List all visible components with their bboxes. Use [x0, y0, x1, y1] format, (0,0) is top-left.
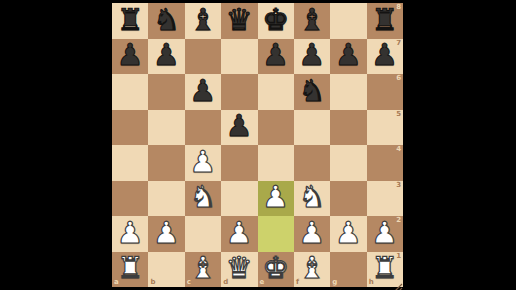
square-g1[interactable]: g	[330, 252, 366, 288]
piece-black-pawn[interactable]: ♟	[262, 40, 289, 70]
piece-black-pawn[interactable]: ♟	[226, 111, 253, 141]
square-h7[interactable]: ♟7	[367, 39, 403, 75]
piece-black-knight[interactable]: ♞	[153, 5, 180, 35]
square-b5[interactable]	[148, 110, 184, 146]
square-g6[interactable]	[330, 74, 366, 110]
square-e4[interactable]	[258, 145, 294, 181]
piece-white-pawn[interactable]: ♟	[153, 218, 180, 248]
square-e3[interactable]: ♟	[258, 181, 294, 217]
square-e6[interactable]	[258, 74, 294, 110]
square-f2[interactable]: ♟	[294, 216, 330, 252]
piece-white-bishop[interactable]: ♝	[189, 253, 216, 283]
square-b6[interactable]	[148, 74, 184, 110]
piece-white-pawn[interactable]: ♟	[371, 218, 398, 248]
square-e2[interactable]	[258, 216, 294, 252]
square-h5[interactable]: 5	[367, 110, 403, 146]
square-c7[interactable]	[185, 39, 221, 75]
square-d8[interactable]: ♛	[221, 3, 257, 39]
square-b3[interactable]	[148, 181, 184, 217]
piece-white-pawn[interactable]: ♟	[226, 218, 253, 248]
square-a2[interactable]: ♟	[112, 216, 148, 252]
rank-label-6: 6	[396, 75, 401, 82]
square-d7[interactable]	[221, 39, 257, 75]
rank-label-4: 4	[396, 146, 401, 153]
piece-white-king[interactable]: ♚	[262, 253, 289, 283]
square-h2[interactable]: ♟2	[367, 216, 403, 252]
piece-black-knight[interactable]: ♞	[299, 76, 326, 106]
square-a7[interactable]: ♟	[112, 39, 148, 75]
piece-black-pawn[interactable]: ♟	[117, 40, 144, 70]
square-d3[interactable]	[221, 181, 257, 217]
square-a1[interactable]: ♜a	[112, 252, 148, 288]
square-f3[interactable]: ♞	[294, 181, 330, 217]
piece-black-pawn[interactable]: ♟	[153, 40, 180, 70]
piece-white-queen[interactable]: ♛	[226, 253, 253, 283]
square-f5[interactable]	[294, 110, 330, 146]
piece-black-pawn[interactable]: ♟	[335, 40, 362, 70]
piece-black-queen[interactable]: ♛	[226, 5, 253, 35]
piece-black-king[interactable]: ♚	[262, 5, 289, 35]
piece-black-pawn[interactable]: ♟	[189, 76, 216, 106]
square-a5[interactable]	[112, 110, 148, 146]
piece-black-bishop[interactable]: ♝	[189, 5, 216, 35]
file-label-g: g	[332, 279, 337, 286]
square-a3[interactable]	[112, 181, 148, 217]
piece-black-rook[interactable]: ♜	[371, 5, 398, 35]
square-b1[interactable]: b	[148, 252, 184, 288]
piece-white-pawn[interactable]: ♟	[262, 182, 289, 212]
square-b7[interactable]: ♟	[148, 39, 184, 75]
square-a6[interactable]	[112, 74, 148, 110]
square-g3[interactable]	[330, 181, 366, 217]
board-resize-handle-icon[interactable]	[393, 277, 403, 287]
square-c5[interactable]	[185, 110, 221, 146]
square-d5[interactable]: ♟	[221, 110, 257, 146]
piece-black-pawn[interactable]: ♟	[299, 40, 326, 70]
square-d2[interactable]: ♟	[221, 216, 257, 252]
piece-white-pawn[interactable]: ♟	[117, 218, 144, 248]
square-g4[interactable]	[330, 145, 366, 181]
square-b2[interactable]: ♟	[148, 216, 184, 252]
piece-white-rook[interactable]: ♜	[117, 253, 144, 283]
square-b8[interactable]: ♞	[148, 3, 184, 39]
square-a4[interactable]	[112, 145, 148, 181]
square-g8[interactable]	[330, 3, 366, 39]
square-e8[interactable]: ♚	[258, 3, 294, 39]
square-e7[interactable]: ♟	[258, 39, 294, 75]
square-f7[interactable]: ♟	[294, 39, 330, 75]
piece-black-bishop[interactable]: ♝	[299, 5, 326, 35]
piece-white-pawn[interactable]: ♟	[335, 218, 362, 248]
square-h8[interactable]: ♜8	[367, 3, 403, 39]
square-g5[interactable]	[330, 110, 366, 146]
square-a8[interactable]: ♜	[112, 3, 148, 39]
square-c3[interactable]: ♞	[185, 181, 221, 217]
square-c4[interactable]: ♟	[185, 145, 221, 181]
square-g2[interactable]: ♟	[330, 216, 366, 252]
game-area: ♜♞♝♛♚♝♜8♟♟♟♟♟♟7♟♞6♟5♟4♞♟♞3♟♟♟♟♟♟2♜ab♝c♛d…	[0, 0, 516, 290]
rank-label-3: 3	[396, 182, 401, 189]
square-c8[interactable]: ♝	[185, 3, 221, 39]
piece-white-knight[interactable]: ♞	[189, 182, 216, 212]
square-h4[interactable]: 4	[367, 145, 403, 181]
file-label-b: b	[150, 279, 155, 286]
square-e5[interactable]	[258, 110, 294, 146]
square-f8[interactable]: ♝	[294, 3, 330, 39]
square-f4[interactable]	[294, 145, 330, 181]
piece-black-rook[interactable]: ♜	[117, 5, 144, 35]
piece-white-knight[interactable]: ♞	[299, 182, 326, 212]
square-d1[interactable]: ♛d	[221, 252, 257, 288]
chessboard[interactable]: ♜♞♝♛♚♝♜8♟♟♟♟♟♟7♟♞6♟5♟4♞♟♞3♟♟♟♟♟♟2♜ab♝c♛d…	[112, 3, 403, 287]
piece-black-pawn[interactable]: ♟	[371, 40, 398, 70]
square-h3[interactable]: 3	[367, 181, 403, 217]
square-g7[interactable]: ♟	[330, 39, 366, 75]
square-c6[interactable]: ♟	[185, 74, 221, 110]
square-c2[interactable]	[185, 216, 221, 252]
square-f1[interactable]: ♝f	[294, 252, 330, 288]
square-d4[interactable]	[221, 145, 257, 181]
square-c1[interactable]: ♝c	[185, 252, 221, 288]
piece-white-pawn[interactable]: ♟	[189, 147, 216, 177]
square-d6[interactable]	[221, 74, 257, 110]
piece-white-bishop[interactable]: ♝	[299, 253, 326, 283]
square-e1[interactable]: ♚e	[258, 252, 294, 288]
square-b4[interactable]	[148, 145, 184, 181]
rank-label-5: 5	[396, 111, 401, 118]
square-h6[interactable]: 6	[367, 74, 403, 110]
piece-white-pawn[interactable]: ♟	[299, 218, 326, 248]
square-f6[interactable]: ♞	[294, 74, 330, 110]
